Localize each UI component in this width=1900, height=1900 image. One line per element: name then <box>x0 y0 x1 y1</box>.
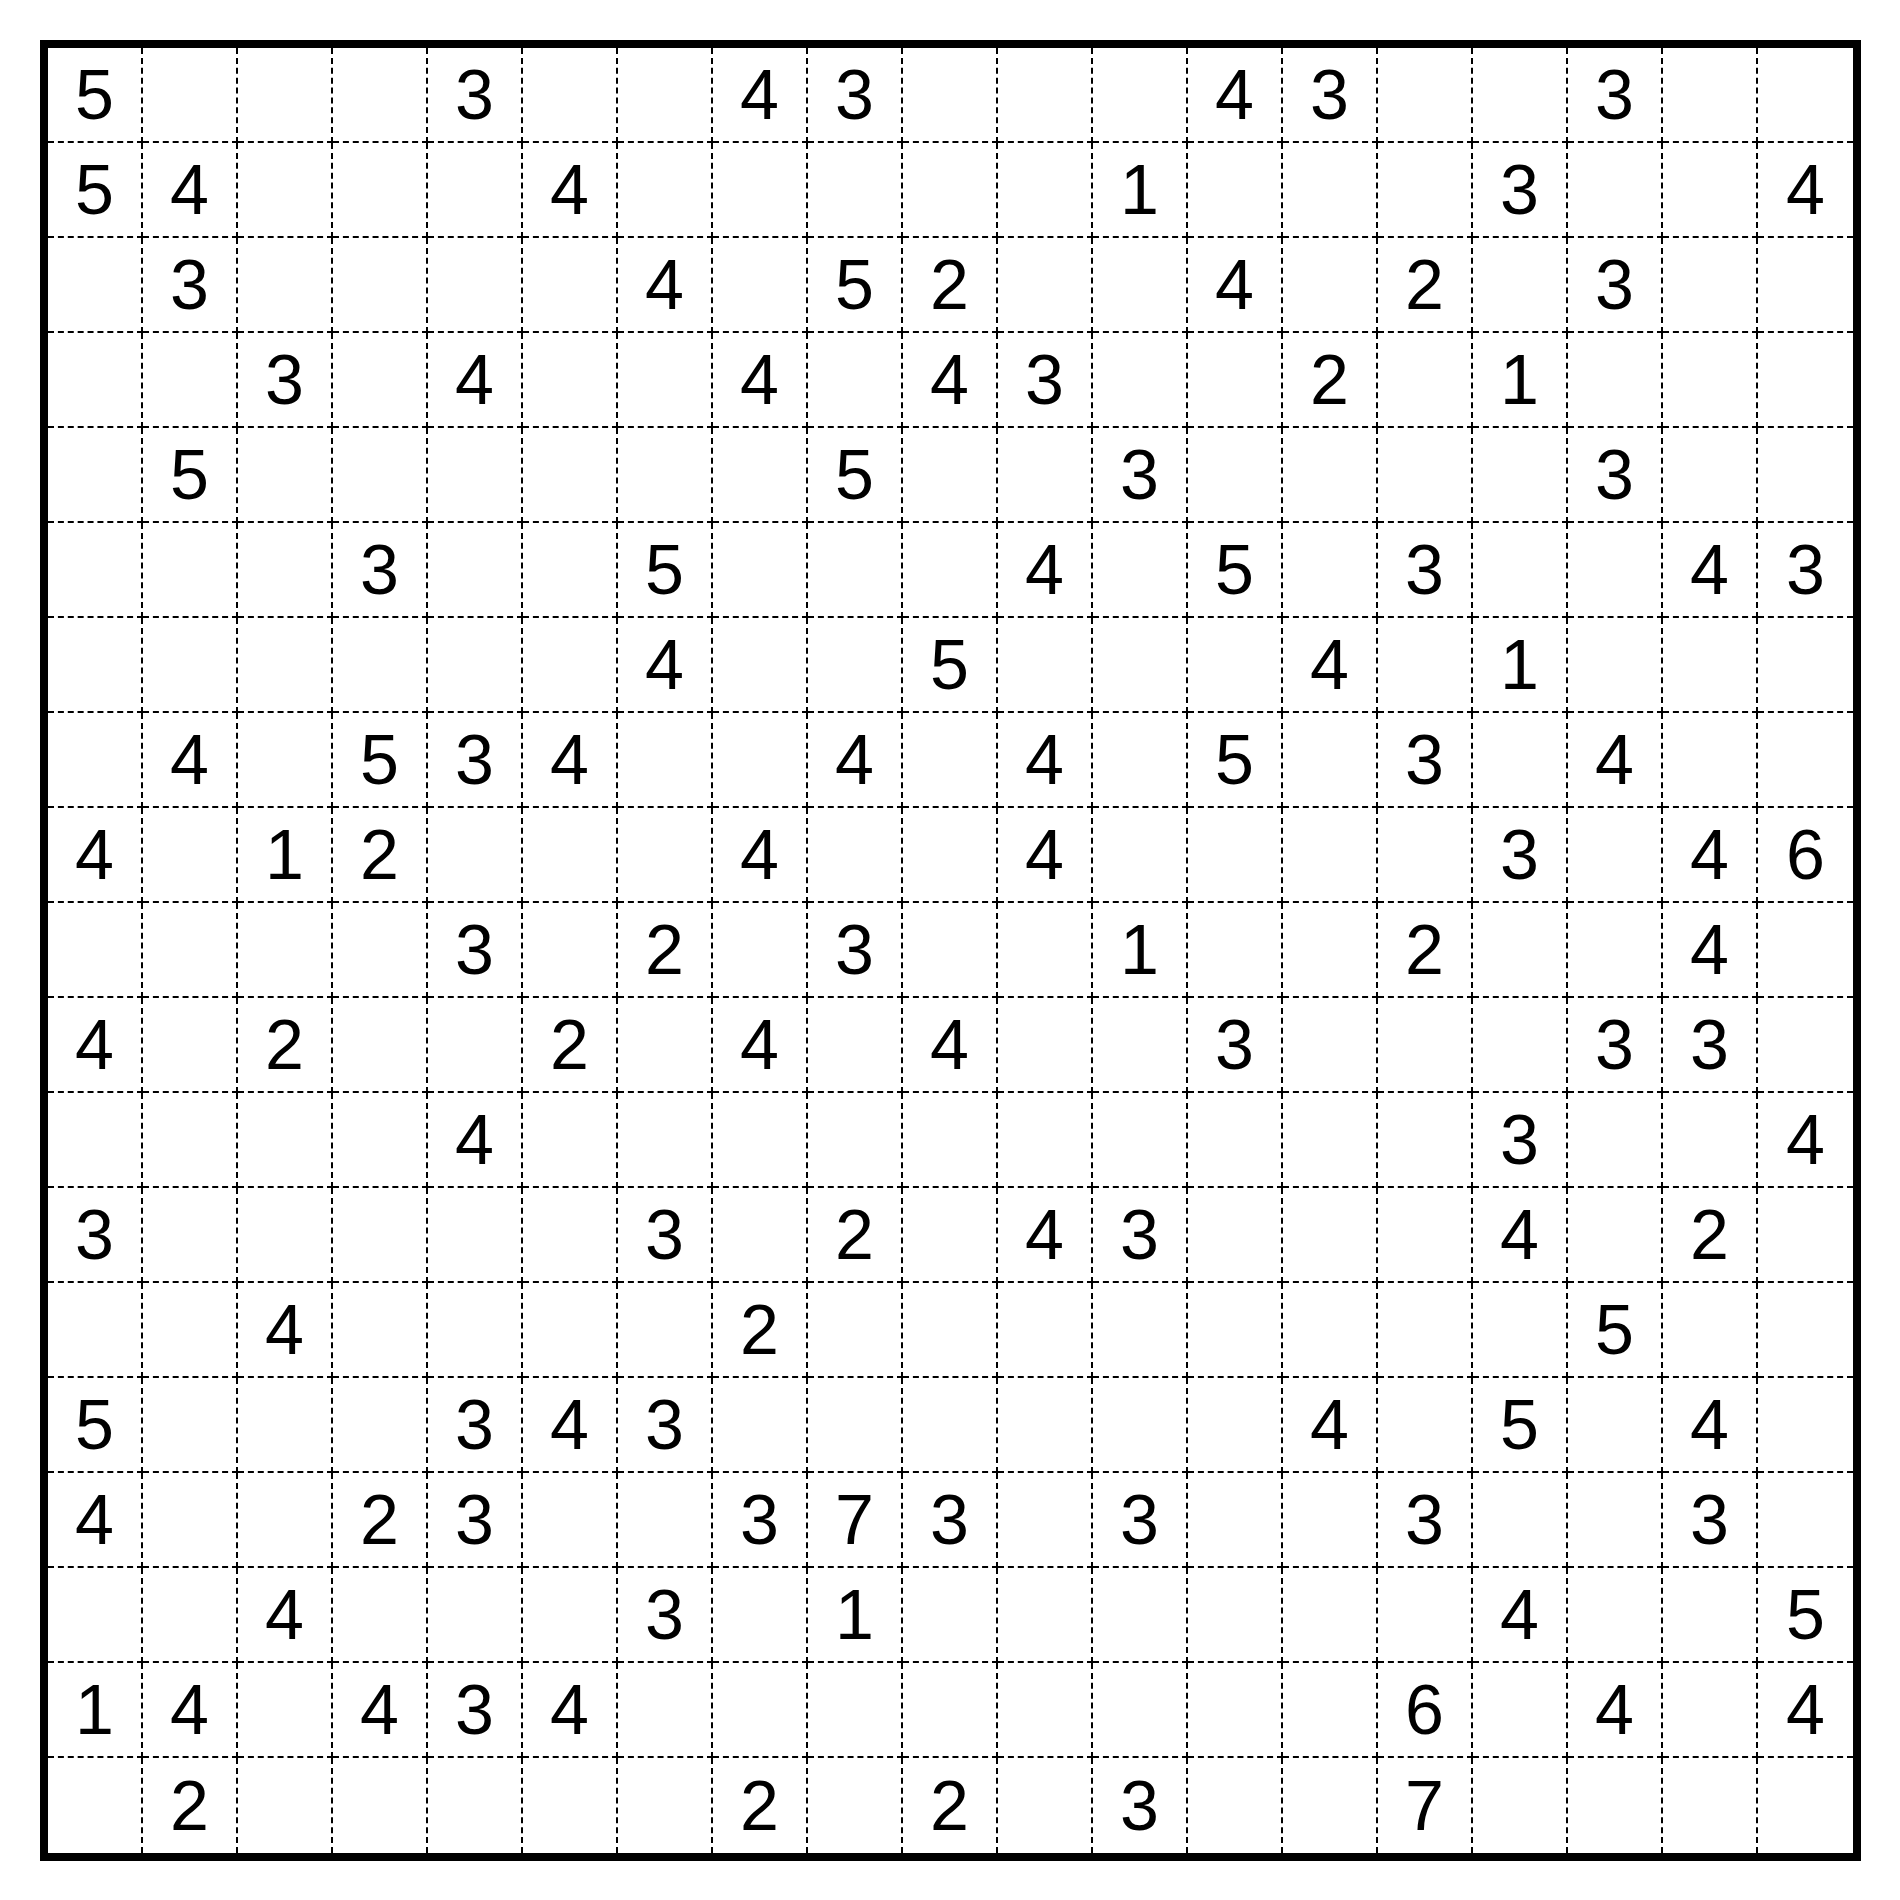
empty-cell-r19c1[interactable] <box>48 1758 143 1853</box>
empty-cell-r8c16[interactable] <box>1473 713 1568 808</box>
empty-cell-r1c11[interactable] <box>998 48 1093 143</box>
clue-cell-r10c12: 1 <box>1093 903 1188 998</box>
empty-cell-r14c5[interactable] <box>428 1283 523 1378</box>
empty-cell-r18c18[interactable] <box>1663 1663 1758 1758</box>
empty-cell-r5c13[interactable] <box>1188 428 1283 523</box>
empty-cell-r14c1[interactable] <box>48 1283 143 1378</box>
empty-cell-r7c1[interactable] <box>48 618 143 713</box>
empty-cell-r8c3[interactable] <box>238 713 333 808</box>
empty-cell-r16c6[interactable] <box>523 1473 618 1568</box>
empty-cell-r3c19[interactable] <box>1758 238 1853 333</box>
empty-cell-r15c3[interactable] <box>238 1378 333 1473</box>
empty-cell-r19c14[interactable] <box>1283 1758 1378 1853</box>
empty-cell-r9c14[interactable] <box>1283 808 1378 903</box>
empty-cell-r11c5[interactable] <box>428 998 523 1093</box>
empty-cell-r12c1[interactable] <box>48 1093 143 1188</box>
empty-cell-r15c15[interactable] <box>1378 1378 1473 1473</box>
clue-cell-r18c17: 4 <box>1568 1663 1663 1758</box>
empty-cell-r6c6[interactable] <box>523 523 618 618</box>
empty-cell-r9c17[interactable] <box>1568 808 1663 903</box>
empty-cell-r11c15[interactable] <box>1378 998 1473 1093</box>
empty-cell-r10c13[interactable] <box>1188 903 1283 998</box>
empty-cell-r4c7[interactable] <box>618 333 713 428</box>
empty-cell-r18c14[interactable] <box>1283 1663 1378 1758</box>
empty-cell-r16c19[interactable] <box>1758 1473 1853 1568</box>
empty-cell-r7c2[interactable] <box>143 618 238 713</box>
empty-cell-r17c15[interactable] <box>1378 1568 1473 1663</box>
empty-cell-r13c5[interactable] <box>428 1188 523 1283</box>
empty-cell-r19c3[interactable] <box>238 1758 333 1853</box>
empty-cell-r8c14[interactable] <box>1283 713 1378 808</box>
empty-cell-r2c13[interactable] <box>1188 143 1283 238</box>
empty-cell-r10c1[interactable] <box>48 903 143 998</box>
clue-cell-r4c5: 4 <box>428 333 523 428</box>
empty-cell-r12c8[interactable] <box>713 1093 808 1188</box>
empty-cell-r10c19[interactable] <box>1758 903 1853 998</box>
empty-cell-r4c6[interactable] <box>523 333 618 428</box>
empty-cell-r7c17[interactable] <box>1568 618 1663 713</box>
empty-cell-r17c11[interactable] <box>998 1568 1093 1663</box>
empty-cell-r7c4[interactable] <box>333 618 428 713</box>
clue-cell-r18c1: 1 <box>48 1663 143 1758</box>
empty-cell-r14c14[interactable] <box>1283 1283 1378 1378</box>
empty-cell-r3c4[interactable] <box>333 238 428 333</box>
empty-cell-r11c16[interactable] <box>1473 998 1568 1093</box>
empty-cell-r18c16[interactable] <box>1473 1663 1568 1758</box>
empty-cell-r13c19[interactable] <box>1758 1188 1853 1283</box>
clue-cell-r4c10: 4 <box>903 333 998 428</box>
empty-cell-r2c9[interactable] <box>808 143 903 238</box>
clue-cell-r6c7: 5 <box>618 523 713 618</box>
empty-cell-r19c19[interactable] <box>1758 1758 1853 1853</box>
empty-cell-r7c8[interactable] <box>713 618 808 713</box>
empty-cell-r12c6[interactable] <box>523 1093 618 1188</box>
empty-cell-r3c8[interactable] <box>713 238 808 333</box>
empty-cell-r12c4[interactable] <box>333 1093 428 1188</box>
empty-cell-r4c19[interactable] <box>1758 333 1853 428</box>
empty-cell-r7c6[interactable] <box>523 618 618 713</box>
empty-cell-r15c9[interactable] <box>808 1378 903 1473</box>
empty-cell-r11c12[interactable] <box>1093 998 1188 1093</box>
empty-cell-r3c16[interactable] <box>1473 238 1568 333</box>
clue-cell-r18c2: 4 <box>143 1663 238 1758</box>
empty-cell-r3c6[interactable] <box>523 238 618 333</box>
empty-cell-r6c1[interactable] <box>48 523 143 618</box>
empty-cell-r14c4[interactable] <box>333 1283 428 1378</box>
empty-cell-r5c10[interactable] <box>903 428 998 523</box>
clue-cell-r9c18: 4 <box>1663 808 1758 903</box>
empty-cell-r3c18[interactable] <box>1663 238 1758 333</box>
empty-cell-r11c7[interactable] <box>618 998 713 1093</box>
clue-cell-r1c9: 3 <box>808 48 903 143</box>
clue-cell-r14c3: 4 <box>238 1283 333 1378</box>
empty-cell-r2c14[interactable] <box>1283 143 1378 238</box>
empty-cell-r8c19[interactable] <box>1758 713 1853 808</box>
clue-cell-r12c19: 4 <box>1758 1093 1853 1188</box>
clue-cell-r10c18: 4 <box>1663 903 1758 998</box>
empty-cell-r17c8[interactable] <box>713 1568 808 1663</box>
empty-cell-r9c7[interactable] <box>618 808 713 903</box>
empty-cell-r12c18[interactable] <box>1663 1093 1758 1188</box>
empty-cell-r6c12[interactable] <box>1093 523 1188 618</box>
empty-cell-r6c8[interactable] <box>713 523 808 618</box>
clue-cell-r4c16: 1 <box>1473 333 1568 428</box>
clue-cell-r6c11: 4 <box>998 523 1093 618</box>
empty-cell-r11c14[interactable] <box>1283 998 1378 1093</box>
empty-cell-r17c1[interactable] <box>48 1568 143 1663</box>
clue-cell-r14c8: 2 <box>713 1283 808 1378</box>
empty-cell-r6c16[interactable] <box>1473 523 1568 618</box>
empty-cell-r4c9[interactable] <box>808 333 903 428</box>
empty-cell-r5c3[interactable] <box>238 428 333 523</box>
clue-cell-r3c15: 2 <box>1378 238 1473 333</box>
empty-cell-r9c9[interactable] <box>808 808 903 903</box>
empty-cell-r14c7[interactable] <box>618 1283 713 1378</box>
empty-cell-r12c2[interactable] <box>143 1093 238 1188</box>
empty-cell-r9c2[interactable] <box>143 808 238 903</box>
empty-cell-r18c11[interactable] <box>998 1663 1093 1758</box>
empty-cell-r8c12[interactable] <box>1093 713 1188 808</box>
empty-cell-r5c18[interactable] <box>1663 428 1758 523</box>
clue-cell-r16c18: 3 <box>1663 1473 1758 1568</box>
clue-cell-r13c12: 3 <box>1093 1188 1188 1283</box>
empty-cell-r19c11[interactable] <box>998 1758 1093 1853</box>
empty-cell-r2c10[interactable] <box>903 143 998 238</box>
empty-cell-r5c15[interactable] <box>1378 428 1473 523</box>
empty-cell-r1c6[interactable] <box>523 48 618 143</box>
empty-cell-r17c14[interactable] <box>1283 1568 1378 1663</box>
empty-cell-r4c13[interactable] <box>1188 333 1283 428</box>
clue-cell-r9c3: 1 <box>238 808 333 903</box>
empty-cell-r15c10[interactable] <box>903 1378 998 1473</box>
clue-cell-r7c16: 1 <box>1473 618 1568 713</box>
clue-cell-r10c15: 2 <box>1378 903 1473 998</box>
empty-cell-r1c19[interactable] <box>1758 48 1853 143</box>
empty-cell-r6c5[interactable] <box>428 523 523 618</box>
clue-cell-r11c10: 4 <box>903 998 998 1093</box>
empty-cell-r7c5[interactable] <box>428 618 523 713</box>
empty-cell-r12c9[interactable] <box>808 1093 903 1188</box>
empty-cell-r10c14[interactable] <box>1283 903 1378 998</box>
clue-cell-r11c17: 3 <box>1568 998 1663 1093</box>
empty-cell-r12c3[interactable] <box>238 1093 333 1188</box>
empty-cell-r18c10[interactable] <box>903 1663 998 1758</box>
empty-cell-r19c17[interactable] <box>1568 1758 1663 1853</box>
empty-cell-r6c3[interactable] <box>238 523 333 618</box>
empty-cell-r15c2[interactable] <box>143 1378 238 1473</box>
empty-cell-r4c2[interactable] <box>143 333 238 428</box>
clue-cell-r3c10: 2 <box>903 238 998 333</box>
empty-cell-r5c16[interactable] <box>1473 428 1568 523</box>
puzzle-board: 5343433544134345242334443215533354534345… <box>40 40 1861 1861</box>
clue-cell-r2c2: 4 <box>143 143 238 238</box>
empty-cell-r14c12[interactable] <box>1093 1283 1188 1378</box>
empty-cell-r5c7[interactable] <box>618 428 713 523</box>
clue-cell-r2c6: 4 <box>523 143 618 238</box>
empty-cell-r14c9[interactable] <box>808 1283 903 1378</box>
empty-cell-r1c16[interactable] <box>1473 48 1568 143</box>
empty-cell-r14c15[interactable] <box>1378 1283 1473 1378</box>
empty-cell-r15c4[interactable] <box>333 1378 428 1473</box>
empty-cell-r10c3[interactable] <box>238 903 333 998</box>
empty-cell-r13c6[interactable] <box>523 1188 618 1283</box>
empty-cell-r13c14[interactable] <box>1283 1188 1378 1283</box>
empty-cell-r14c13[interactable] <box>1188 1283 1283 1378</box>
empty-cell-r3c11[interactable] <box>998 238 1093 333</box>
empty-cell-r5c1[interactable] <box>48 428 143 523</box>
empty-cell-r19c6[interactable] <box>523 1758 618 1853</box>
empty-cell-r7c9[interactable] <box>808 618 903 713</box>
empty-cell-r17c13[interactable] <box>1188 1568 1283 1663</box>
empty-cell-r11c4[interactable] <box>333 998 428 1093</box>
clue-cell-r6c15: 3 <box>1378 523 1473 618</box>
empty-cell-r18c9[interactable] <box>808 1663 903 1758</box>
empty-cell-r19c9[interactable] <box>808 1758 903 1853</box>
clue-cell-r13c7: 3 <box>618 1188 713 1283</box>
empty-cell-r2c17[interactable] <box>1568 143 1663 238</box>
empty-cell-r1c3[interactable] <box>238 48 333 143</box>
empty-cell-r4c12[interactable] <box>1093 333 1188 428</box>
empty-cell-r12c11[interactable] <box>998 1093 1093 1188</box>
empty-cell-r7c19[interactable] <box>1758 618 1853 713</box>
empty-cell-r19c18[interactable] <box>1663 1758 1758 1853</box>
empty-cell-r10c11[interactable] <box>998 903 1093 998</box>
clue-cell-r9c4: 2 <box>333 808 428 903</box>
clue-cell-r5c2: 5 <box>143 428 238 523</box>
empty-cell-r17c12[interactable] <box>1093 1568 1188 1663</box>
empty-cell-r15c12[interactable] <box>1093 1378 1188 1473</box>
empty-cell-r2c11[interactable] <box>998 143 1093 238</box>
empty-cell-r16c2[interactable] <box>143 1473 238 1568</box>
empty-cell-r7c11[interactable] <box>998 618 1093 713</box>
empty-cell-r4c17[interactable] <box>1568 333 1663 428</box>
empty-cell-r16c16[interactable] <box>1473 1473 1568 1568</box>
empty-cell-r1c18[interactable] <box>1663 48 1758 143</box>
empty-cell-r5c6[interactable] <box>523 428 618 523</box>
empty-cell-r5c14[interactable] <box>1283 428 1378 523</box>
empty-cell-r13c17[interactable] <box>1568 1188 1663 1283</box>
clue-cell-r13c16: 4 <box>1473 1188 1568 1283</box>
empty-cell-r19c7[interactable] <box>618 1758 713 1853</box>
empty-cell-r10c4[interactable] <box>333 903 428 998</box>
empty-cell-r5c5[interactable] <box>428 428 523 523</box>
empty-cell-r14c6[interactable] <box>523 1283 618 1378</box>
empty-cell-r17c10[interactable] <box>903 1568 998 1663</box>
empty-cell-r18c12[interactable] <box>1093 1663 1188 1758</box>
empty-cell-r6c10[interactable] <box>903 523 998 618</box>
empty-cell-r6c2[interactable] <box>143 523 238 618</box>
empty-cell-r11c19[interactable] <box>1758 998 1853 1093</box>
empty-cell-r7c3[interactable] <box>238 618 333 713</box>
empty-cell-r12c17[interactable] <box>1568 1093 1663 1188</box>
clue-cell-r9c16: 3 <box>1473 808 1568 903</box>
empty-cell-r13c13[interactable] <box>1188 1188 1283 1283</box>
empty-cell-r16c7[interactable] <box>618 1473 713 1568</box>
empty-cell-r17c5[interactable] <box>428 1568 523 1663</box>
empty-cell-r9c5[interactable] <box>428 808 523 903</box>
empty-cell-r2c5[interactable] <box>428 143 523 238</box>
empty-cell-r12c15[interactable] <box>1378 1093 1473 1188</box>
clue-cell-r10c7: 2 <box>618 903 713 998</box>
empty-cell-r15c13[interactable] <box>1188 1378 1283 1473</box>
empty-cell-r16c17[interactable] <box>1568 1473 1663 1568</box>
clue-cell-r1c8: 4 <box>713 48 808 143</box>
clue-cell-r10c5: 3 <box>428 903 523 998</box>
empty-cell-r4c4[interactable] <box>333 333 428 428</box>
empty-cell-r17c17[interactable] <box>1568 1568 1663 1663</box>
empty-cell-r17c4[interactable] <box>333 1568 428 1663</box>
clue-cell-r1c14: 3 <box>1283 48 1378 143</box>
empty-cell-r15c11[interactable] <box>998 1378 1093 1473</box>
empty-cell-r2c8[interactable] <box>713 143 808 238</box>
empty-cell-r14c18[interactable] <box>1663 1283 1758 1378</box>
empty-cell-r9c12[interactable] <box>1093 808 1188 903</box>
clue-cell-r16c4: 2 <box>333 1473 428 1568</box>
clue-cell-r5c9: 5 <box>808 428 903 523</box>
clue-cell-r3c9: 5 <box>808 238 903 333</box>
empty-cell-r10c8[interactable] <box>713 903 808 998</box>
clue-cell-r1c17: 3 <box>1568 48 1663 143</box>
empty-cell-r19c16[interactable] <box>1473 1758 1568 1853</box>
empty-cell-r6c14[interactable] <box>1283 523 1378 618</box>
empty-cell-r8c18[interactable] <box>1663 713 1758 808</box>
empty-cell-r2c15[interactable] <box>1378 143 1473 238</box>
clue-cell-r16c9: 7 <box>808 1473 903 1568</box>
empty-cell-r2c4[interactable] <box>333 143 428 238</box>
empty-cell-r1c10[interactable] <box>903 48 998 143</box>
empty-cell-r7c15[interactable] <box>1378 618 1473 713</box>
empty-cell-r13c4[interactable] <box>333 1188 428 1283</box>
empty-cell-r7c12[interactable] <box>1093 618 1188 713</box>
empty-cell-r18c13[interactable] <box>1188 1663 1283 1758</box>
empty-cell-r4c15[interactable] <box>1378 333 1473 428</box>
empty-cell-r9c13[interactable] <box>1188 808 1283 903</box>
clue-cell-r7c7: 4 <box>618 618 713 713</box>
empty-cell-r14c10[interactable] <box>903 1283 998 1378</box>
clue-cell-r17c16: 4 <box>1473 1568 1568 1663</box>
empty-cell-r13c3[interactable] <box>238 1188 333 1283</box>
clue-cell-r17c19: 5 <box>1758 1568 1853 1663</box>
clue-cell-r5c17: 3 <box>1568 428 1663 523</box>
empty-cell-r16c14[interactable] <box>1283 1473 1378 1568</box>
clue-cell-r9c11: 4 <box>998 808 1093 903</box>
clue-cell-r7c14: 4 <box>1283 618 1378 713</box>
empty-cell-r19c5[interactable] <box>428 1758 523 1853</box>
empty-cell-r15c8[interactable] <box>713 1378 808 1473</box>
empty-cell-r14c19[interactable] <box>1758 1283 1853 1378</box>
empty-cell-r3c3[interactable] <box>238 238 333 333</box>
empty-cell-r10c17[interactable] <box>1568 903 1663 998</box>
empty-cell-r5c4[interactable] <box>333 428 428 523</box>
empty-cell-r9c6[interactable] <box>523 808 618 903</box>
empty-cell-r3c5[interactable] <box>428 238 523 333</box>
empty-cell-r17c2[interactable] <box>143 1568 238 1663</box>
empty-cell-r18c3[interactable] <box>238 1663 333 1758</box>
empty-cell-r2c18[interactable] <box>1663 143 1758 238</box>
empty-cell-r16c11[interactable] <box>998 1473 1093 1568</box>
empty-cell-r11c2[interactable] <box>143 998 238 1093</box>
empty-cell-r1c2[interactable] <box>143 48 238 143</box>
empty-cell-r4c18[interactable] <box>1663 333 1758 428</box>
empty-cell-r12c12[interactable] <box>1093 1093 1188 1188</box>
clue-cell-r13c18: 2 <box>1663 1188 1758 1283</box>
empty-cell-r4c1[interactable] <box>48 333 143 428</box>
empty-cell-r17c6[interactable] <box>523 1568 618 1663</box>
clue-cell-r13c9: 2 <box>808 1188 903 1283</box>
empty-cell-r10c6[interactable] <box>523 903 618 998</box>
clue-cell-r3c2: 3 <box>143 238 238 333</box>
empty-cell-r19c13[interactable] <box>1188 1758 1283 1853</box>
empty-cell-r3c14[interactable] <box>1283 238 1378 333</box>
empty-cell-r5c8[interactable] <box>713 428 808 523</box>
empty-cell-r8c8[interactable] <box>713 713 808 808</box>
empty-cell-r13c2[interactable] <box>143 1188 238 1283</box>
empty-cell-r13c10[interactable] <box>903 1188 998 1283</box>
empty-cell-r19c4[interactable] <box>333 1758 428 1853</box>
clue-cell-r14c17: 5 <box>1568 1283 1663 1378</box>
empty-cell-r1c7[interactable] <box>618 48 713 143</box>
empty-cell-r18c8[interactable] <box>713 1663 808 1758</box>
empty-cell-r9c10[interactable] <box>903 808 998 903</box>
empty-cell-r16c3[interactable] <box>238 1473 333 1568</box>
empty-cell-r5c19[interactable] <box>1758 428 1853 523</box>
empty-cell-r1c4[interactable] <box>333 48 428 143</box>
empty-cell-r14c2[interactable] <box>143 1283 238 1378</box>
empty-cell-r17c18[interactable] <box>1663 1568 1758 1663</box>
empty-cell-r1c15[interactable] <box>1378 48 1473 143</box>
empty-cell-r13c8[interactable] <box>713 1188 808 1283</box>
clue-cell-r19c15: 7 <box>1378 1758 1473 1853</box>
empty-cell-r12c7[interactable] <box>618 1093 713 1188</box>
empty-cell-r14c11[interactable] <box>998 1283 1093 1378</box>
clue-cell-r18c5: 3 <box>428 1663 523 1758</box>
empty-cell-r3c1[interactable] <box>48 238 143 333</box>
empty-cell-r8c10[interactable] <box>903 713 998 808</box>
empty-cell-r13c15[interactable] <box>1378 1188 1473 1283</box>
empty-cell-r8c1[interactable] <box>48 713 143 808</box>
clue-cell-r3c17: 3 <box>1568 238 1663 333</box>
empty-cell-r1c12[interactable] <box>1093 48 1188 143</box>
empty-cell-r10c16[interactable] <box>1473 903 1568 998</box>
empty-cell-r5c11[interactable] <box>998 428 1093 523</box>
empty-cell-r16c13[interactable] <box>1188 1473 1283 1568</box>
empty-cell-r12c10[interactable] <box>903 1093 998 1188</box>
empty-cell-r14c16[interactable] <box>1473 1283 1568 1378</box>
empty-cell-r11c11[interactable] <box>998 998 1093 1093</box>
empty-cell-r18c7[interactable] <box>618 1663 713 1758</box>
empty-cell-r11c9[interactable] <box>808 998 903 1093</box>
empty-cell-r2c7[interactable] <box>618 143 713 238</box>
empty-cell-r7c18[interactable] <box>1663 618 1758 713</box>
clue-cell-r2c19: 4 <box>1758 143 1853 238</box>
empty-cell-r6c9[interactable] <box>808 523 903 618</box>
empty-cell-r15c19[interactable] <box>1758 1378 1853 1473</box>
empty-cell-r7c13[interactable] <box>1188 618 1283 713</box>
empty-cell-r9c15[interactable] <box>1378 808 1473 903</box>
empty-cell-r10c2[interactable] <box>143 903 238 998</box>
clue-cell-r8c2: 4 <box>143 713 238 808</box>
empty-cell-r12c14[interactable] <box>1283 1093 1378 1188</box>
clue-cell-r8c4: 5 <box>333 713 428 808</box>
clue-cell-r12c16: 3 <box>1473 1093 1568 1188</box>
empty-cell-r2c3[interactable] <box>238 143 333 238</box>
empty-cell-r6c17[interactable] <box>1568 523 1663 618</box>
empty-cell-r8c7[interactable] <box>618 713 713 808</box>
empty-cell-r10c10[interactable] <box>903 903 998 998</box>
empty-cell-r12c13[interactable] <box>1188 1093 1283 1188</box>
empty-cell-r3c12[interactable] <box>1093 238 1188 333</box>
empty-cell-r15c17[interactable] <box>1568 1378 1663 1473</box>
